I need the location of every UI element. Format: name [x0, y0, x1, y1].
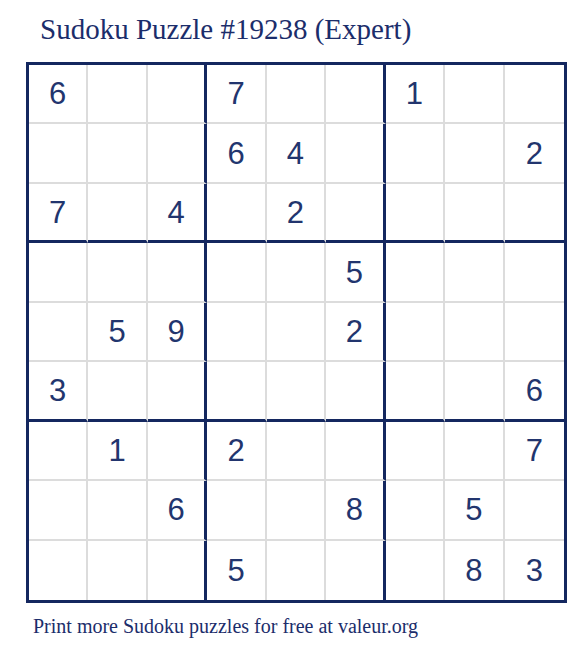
cell-r3c8[interactable] — [445, 184, 504, 243]
cell-r1c6[interactable] — [326, 65, 385, 124]
cell-r6c6[interactable] — [326, 362, 385, 421]
cell-r5c4[interactable] — [207, 303, 266, 362]
cell-r5c1[interactable] — [29, 303, 88, 362]
cell-r1c8[interactable] — [445, 65, 504, 124]
cell-r9c1[interactable] — [29, 541, 88, 600]
cell-r9c8[interactable]: 8 — [445, 541, 504, 600]
cell-r4c2[interactable] — [88, 243, 147, 302]
cell-r7c2[interactable]: 1 — [88, 422, 147, 481]
cell-r3c7[interactable] — [386, 184, 445, 243]
cell-r1c9[interactable] — [505, 65, 564, 124]
cell-r5c8[interactable] — [445, 303, 504, 362]
cell-r7c9[interactable]: 7 — [505, 422, 564, 481]
cell-r4c9[interactable] — [505, 243, 564, 302]
cell-r5c3[interactable]: 9 — [148, 303, 207, 362]
cell-r2c1[interactable] — [29, 124, 88, 183]
cell-r7c7[interactable] — [386, 422, 445, 481]
cell-r9c4[interactable]: 5 — [207, 541, 266, 600]
footer-text: Print more Sudoku puzzles for free at va… — [33, 615, 418, 638]
cell-r2c6[interactable] — [326, 124, 385, 183]
cell-r5c5[interactable] — [267, 303, 326, 362]
cell-r2c8[interactable] — [445, 124, 504, 183]
cell-r4c8[interactable] — [445, 243, 504, 302]
cell-r4c7[interactable] — [386, 243, 445, 302]
cell-r4c4[interactable] — [207, 243, 266, 302]
cell-r3c2[interactable] — [88, 184, 147, 243]
cell-r8c4[interactable] — [207, 481, 266, 540]
cell-r7c4[interactable]: 2 — [207, 422, 266, 481]
cell-r8c7[interactable] — [386, 481, 445, 540]
cell-r4c5[interactable] — [267, 243, 326, 302]
cell-r7c3[interactable] — [148, 422, 207, 481]
cell-r3c3[interactable]: 4 — [148, 184, 207, 243]
cell-r8c1[interactable] — [29, 481, 88, 540]
cell-r4c1[interactable] — [29, 243, 88, 302]
cell-r7c1[interactable] — [29, 422, 88, 481]
cell-r3c6[interactable] — [326, 184, 385, 243]
cell-r2c9[interactable]: 2 — [505, 124, 564, 183]
cell-r6c8[interactable] — [445, 362, 504, 421]
cell-r6c5[interactable] — [267, 362, 326, 421]
cell-r8c3[interactable]: 6 — [148, 481, 207, 540]
puzzle-title: Sudoku Puzzle #19238 (Expert) — [40, 13, 411, 46]
cell-r8c8[interactable]: 5 — [445, 481, 504, 540]
cell-r4c3[interactable] — [148, 243, 207, 302]
cell-r5c2[interactable]: 5 — [88, 303, 147, 362]
cell-r9c2[interactable] — [88, 541, 147, 600]
cell-r8c6[interactable]: 8 — [326, 481, 385, 540]
cell-r6c9[interactable]: 6 — [505, 362, 564, 421]
cell-r9c6[interactable] — [326, 541, 385, 600]
cell-r3c5[interactable]: 2 — [267, 184, 326, 243]
cell-r3c4[interactable] — [207, 184, 266, 243]
cell-r2c5[interactable]: 4 — [267, 124, 326, 183]
cell-r3c9[interactable] — [505, 184, 564, 243]
cell-r8c2[interactable] — [88, 481, 147, 540]
cell-r7c6[interactable] — [326, 422, 385, 481]
sudoku-board: 671642742559236127685583 — [26, 62, 567, 603]
cell-r7c8[interactable] — [445, 422, 504, 481]
cell-r5c6[interactable]: 2 — [326, 303, 385, 362]
cell-r9c9[interactable]: 3 — [505, 541, 564, 600]
cell-r5c7[interactable] — [386, 303, 445, 362]
cell-r2c7[interactable] — [386, 124, 445, 183]
cell-r3c1[interactable]: 7 — [29, 184, 88, 243]
cell-r1c4[interactable]: 7 — [207, 65, 266, 124]
cell-r9c5[interactable] — [267, 541, 326, 600]
cell-r1c7[interactable]: 1 — [386, 65, 445, 124]
cell-r6c3[interactable] — [148, 362, 207, 421]
cell-r9c7[interactable] — [386, 541, 445, 600]
sudoku-page: { "game": "sudoku", "grid_size": "9x9", … — [0, 0, 580, 651]
cell-r2c3[interactable] — [148, 124, 207, 183]
cell-r6c2[interactable] — [88, 362, 147, 421]
cell-r6c1[interactable]: 3 — [29, 362, 88, 421]
cell-r2c2[interactable] — [88, 124, 147, 183]
cell-r1c3[interactable] — [148, 65, 207, 124]
cell-r6c4[interactable] — [207, 362, 266, 421]
cell-r9c3[interactable] — [148, 541, 207, 600]
cell-r1c1[interactable]: 6 — [29, 65, 88, 124]
cell-r1c2[interactable] — [88, 65, 147, 124]
cell-r4c6[interactable]: 5 — [326, 243, 385, 302]
cell-r7c5[interactable] — [267, 422, 326, 481]
cell-r8c5[interactable] — [267, 481, 326, 540]
cell-r2c4[interactable]: 6 — [207, 124, 266, 183]
cell-r8c9[interactable] — [505, 481, 564, 540]
cell-r5c9[interactable] — [505, 303, 564, 362]
cell-r6c7[interactable] — [386, 362, 445, 421]
cell-r1c5[interactable] — [267, 65, 326, 124]
